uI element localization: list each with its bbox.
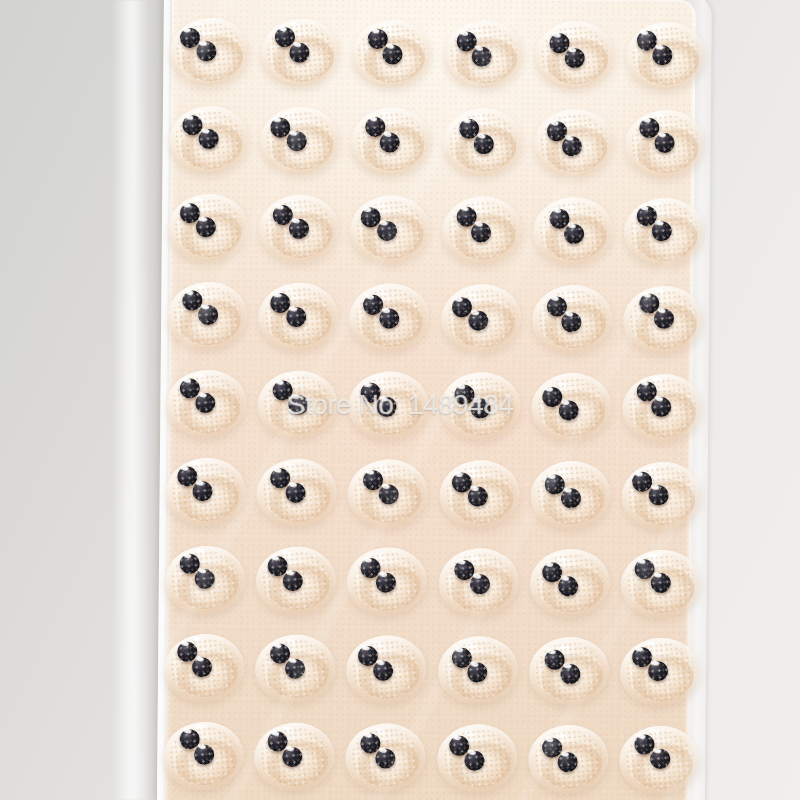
bead-pair <box>434 457 522 535</box>
bead <box>469 573 491 595</box>
blister-dome <box>438 281 524 356</box>
blister-dome <box>531 18 617 93</box>
bead <box>463 750 485 772</box>
blister-dome <box>257 15 343 90</box>
specular-glint <box>290 21 301 29</box>
blister-dome <box>257 103 343 178</box>
blister-cell <box>254 8 346 97</box>
blister-cell <box>617 276 709 365</box>
specular-glint <box>564 203 575 211</box>
specular-glint <box>466 641 477 649</box>
specular-glint <box>375 727 386 735</box>
bead <box>650 572 673 595</box>
bead <box>637 205 658 226</box>
blister-cell <box>437 10 529 99</box>
blister-cell <box>435 274 527 363</box>
bead-pair <box>164 719 246 789</box>
bead <box>456 31 477 52</box>
bead-pair <box>528 635 615 712</box>
bead <box>549 33 571 55</box>
bead <box>549 208 570 229</box>
bead-pair <box>533 20 618 94</box>
bead <box>647 484 670 507</box>
bead <box>368 29 389 50</box>
bead-pair <box>259 17 341 87</box>
blister-dome <box>617 634 703 709</box>
blister-cell <box>159 448 251 537</box>
bead <box>639 293 660 314</box>
bead-pair <box>344 544 430 619</box>
specular-glint <box>558 468 569 475</box>
bead <box>373 660 395 682</box>
blister-dome <box>435 545 521 620</box>
specular-glint <box>284 286 295 294</box>
bead <box>179 729 200 750</box>
blister-dome <box>530 194 616 269</box>
bead <box>639 117 661 139</box>
product-photo: Store No: 1489484 <box>0 0 800 800</box>
bead <box>376 219 399 242</box>
specular-glint <box>652 200 663 208</box>
blister-dome <box>435 633 521 708</box>
bead <box>649 748 671 770</box>
blister-dome <box>252 631 338 706</box>
bead <box>288 217 311 240</box>
specular-glint <box>285 637 296 645</box>
bead <box>453 559 475 581</box>
bead <box>378 483 400 505</box>
bead-pair <box>525 546 613 624</box>
bead <box>458 118 479 139</box>
bead <box>362 469 384 491</box>
bead-pair <box>162 187 250 265</box>
bead <box>269 116 292 139</box>
bead <box>451 647 473 669</box>
specular-glint <box>562 115 573 123</box>
blister-cell <box>162 184 254 273</box>
bead <box>275 27 296 48</box>
blister-cell <box>341 537 433 626</box>
bead <box>456 207 477 228</box>
bead <box>473 134 494 155</box>
bead-pair <box>443 107 526 178</box>
bead-pair <box>165 276 252 353</box>
blister-dome <box>617 722 703 797</box>
blister-cell <box>343 273 435 362</box>
blister-dome <box>161 630 247 705</box>
specular-glint <box>284 462 295 470</box>
bead <box>557 751 579 773</box>
bead <box>382 44 403 65</box>
bead <box>557 575 579 597</box>
specular-glint <box>556 731 567 739</box>
bead-pair <box>342 633 427 707</box>
bead <box>450 471 472 493</box>
specular-glint <box>192 636 203 644</box>
blister-cell <box>340 625 432 714</box>
blister-dome <box>525 721 611 796</box>
bead-pair <box>433 723 518 797</box>
blister-cell <box>431 714 523 800</box>
specular-glint <box>383 23 394 31</box>
bead <box>181 114 204 137</box>
bead <box>360 733 381 754</box>
bead <box>282 570 304 592</box>
blister-dome <box>255 279 341 354</box>
blister-cell <box>345 97 437 186</box>
bead <box>359 206 382 229</box>
bead-pair <box>254 631 338 704</box>
specular-glint <box>471 201 482 209</box>
bead-pair <box>255 188 344 267</box>
specular-glint <box>556 380 567 387</box>
blister-cell <box>616 452 708 541</box>
bead <box>194 745 215 766</box>
bead <box>267 731 288 752</box>
bead <box>197 304 219 326</box>
blister-cell <box>158 536 250 625</box>
bead-pair <box>253 277 341 355</box>
blister-cell <box>251 448 343 537</box>
bead <box>178 202 200 224</box>
bead <box>191 481 213 503</box>
blister-cell <box>523 627 615 716</box>
blister-cell <box>615 540 707 629</box>
bead-pair <box>435 634 521 709</box>
bead-pair <box>346 278 435 357</box>
specular-glint <box>282 725 293 733</box>
blister-dome <box>162 454 248 529</box>
bead <box>285 130 308 153</box>
bead <box>561 136 582 157</box>
bead <box>634 558 657 581</box>
bead <box>195 40 218 63</box>
bead-pair <box>437 545 524 622</box>
blister-cell <box>344 185 436 274</box>
specular-glint <box>646 465 657 472</box>
bead <box>470 222 491 243</box>
specular-glint <box>471 25 482 33</box>
blister-dome <box>166 14 252 89</box>
blister-cell <box>528 11 620 100</box>
bead-pair <box>615 454 705 534</box>
bead <box>358 645 380 667</box>
blister-cell <box>253 184 345 273</box>
specular-glint <box>194 548 205 556</box>
bead-pair <box>621 194 705 267</box>
specular-glint <box>564 27 575 35</box>
bead-pair <box>346 455 433 532</box>
specular-glint <box>646 641 657 649</box>
bead <box>362 294 385 317</box>
blister-dome <box>254 455 340 530</box>
bead <box>559 663 581 685</box>
bead-pair <box>251 543 336 617</box>
blister-dome <box>253 543 339 618</box>
blister-dome <box>439 105 525 180</box>
blister-cell <box>250 536 342 625</box>
bead-pair <box>350 107 432 177</box>
bead-pair <box>163 542 247 615</box>
blister-cell <box>162 96 254 185</box>
specular-glint <box>655 287 666 295</box>
bead <box>466 485 488 507</box>
bead <box>269 292 291 314</box>
blister-cell <box>526 275 618 364</box>
bead <box>652 221 673 242</box>
bead <box>380 132 401 153</box>
bead <box>631 470 654 493</box>
bead-pair <box>531 109 615 182</box>
bead-pair <box>525 723 611 798</box>
bead-pair <box>624 282 707 353</box>
blister-cell <box>527 187 619 276</box>
bead <box>181 290 203 312</box>
blister-cell <box>619 100 711 189</box>
bead <box>631 646 653 668</box>
bead <box>560 487 583 510</box>
bead-pair <box>434 279 524 359</box>
blister-dome <box>256 191 342 266</box>
blister-cell <box>432 538 524 627</box>
specular-glint <box>193 21 204 28</box>
bead-pair <box>441 196 523 266</box>
bead <box>194 568 215 589</box>
bead <box>289 43 310 64</box>
specular-glint <box>377 464 388 472</box>
bead <box>282 746 303 767</box>
bead-pair <box>161 630 244 701</box>
specular-glint <box>284 111 295 118</box>
blister-cell <box>163 8 255 97</box>
blister-dome <box>531 106 617 181</box>
blister-cell <box>436 98 528 187</box>
blister-dome <box>343 720 429 795</box>
blister-cell <box>432 626 524 715</box>
specular-glint <box>377 288 388 295</box>
blister-cell <box>528 99 620 188</box>
bead <box>547 296 568 317</box>
blister-dome <box>345 456 431 531</box>
blister-cell <box>614 716 706 800</box>
bead-pair <box>621 17 707 92</box>
blister-dome <box>618 546 704 621</box>
specular-glint <box>649 728 660 736</box>
bead <box>541 737 563 759</box>
bead-pair <box>440 19 524 92</box>
specular-glint <box>652 24 663 32</box>
specular-glint <box>375 376 386 384</box>
specular-glint <box>465 466 476 474</box>
bead-pair <box>618 719 705 796</box>
blister-dome <box>436 457 522 532</box>
bead <box>466 662 488 684</box>
bead <box>378 307 401 330</box>
blister-cell <box>158 624 250 713</box>
specular-glint <box>373 640 384 648</box>
blister-dome <box>619 458 705 533</box>
blister-dome <box>160 718 246 793</box>
bead <box>467 309 490 332</box>
bead <box>375 572 397 594</box>
blister-cell <box>525 451 617 540</box>
blister-dome <box>164 278 250 353</box>
bead <box>652 44 674 66</box>
blister-cell <box>252 272 344 361</box>
bead <box>654 308 675 329</box>
bead-pair <box>343 190 433 270</box>
bead-pair <box>531 286 613 356</box>
bead <box>179 553 200 574</box>
bead-pair <box>623 105 708 179</box>
bead-pair <box>352 18 435 89</box>
bead <box>450 296 473 319</box>
bead-pair <box>165 98 254 177</box>
bead-pair <box>161 453 246 527</box>
blister-cell <box>436 186 528 275</box>
bead <box>448 735 470 757</box>
blister-dome <box>622 106 708 181</box>
bead <box>541 561 563 583</box>
blister-dome <box>439 193 525 268</box>
blister-dome <box>348 104 434 179</box>
bead <box>197 128 220 151</box>
specular-glint <box>191 460 202 468</box>
bead <box>375 748 396 769</box>
bead <box>561 312 582 333</box>
bead <box>178 26 201 49</box>
bead-pair <box>162 10 252 90</box>
blister-dome <box>440 17 526 92</box>
blister-cell <box>620 12 712 101</box>
blister-dome <box>526 633 612 708</box>
specular-glint <box>468 378 479 385</box>
bead <box>284 658 305 679</box>
blister-cell <box>524 539 616 628</box>
blister-dome <box>251 719 337 794</box>
specular-glint <box>468 553 479 561</box>
bead <box>654 132 676 154</box>
bead <box>269 467 291 489</box>
blister-dome <box>623 18 709 93</box>
blister-cell <box>249 624 341 713</box>
specular-glint <box>282 550 293 558</box>
blister-dome <box>528 457 614 532</box>
bead <box>269 643 290 664</box>
blister-dome <box>620 282 706 357</box>
specular-glint <box>654 112 665 120</box>
specular-glint <box>649 553 660 560</box>
bead-pair <box>252 720 335 791</box>
specular-glint <box>463 729 474 737</box>
blister-dome <box>165 102 251 177</box>
specular-glint <box>381 111 392 119</box>
bead <box>634 734 656 756</box>
bead-pair <box>527 458 616 537</box>
blister-dome <box>161 542 247 617</box>
blister-cell <box>522 715 614 800</box>
specular-glint <box>287 374 298 382</box>
bead <box>176 641 197 662</box>
bead-pair <box>253 100 343 180</box>
bead <box>176 466 198 488</box>
blister-dome <box>434 721 520 796</box>
blister-cell <box>161 272 253 361</box>
blister-cell <box>618 188 710 277</box>
blister-dome <box>529 282 615 357</box>
specular-glint <box>194 372 205 380</box>
specular-glint <box>474 113 485 121</box>
bead <box>285 482 307 504</box>
blister-cell <box>248 712 340 800</box>
blister-dome <box>621 194 707 269</box>
store-watermark: Store No: 1489484 <box>0 389 800 421</box>
blister-cell <box>433 450 525 539</box>
specular-glint <box>196 109 207 116</box>
bead <box>365 117 386 138</box>
bead <box>194 216 216 238</box>
bead <box>544 649 566 671</box>
bead-pair <box>615 631 703 709</box>
bead <box>564 224 585 245</box>
blister-dome <box>347 192 433 267</box>
bead-pair <box>534 197 617 268</box>
blister-cell <box>340 713 432 800</box>
bead <box>546 121 567 142</box>
blister-cell <box>614 628 706 717</box>
blister-cell <box>342 449 434 538</box>
blister-dome <box>343 632 429 707</box>
blister-cell <box>346 9 438 98</box>
bead-pair <box>617 542 706 621</box>
blister-dome <box>165 190 251 265</box>
blister-dome <box>344 544 430 619</box>
specular-glint <box>465 290 476 297</box>
blister-cell <box>254 96 346 185</box>
blister-dome <box>346 280 432 355</box>
bead <box>647 660 669 682</box>
specular-glint <box>652 375 663 383</box>
bead <box>285 306 307 328</box>
specular-glint <box>196 284 207 292</box>
specular-glint <box>195 723 206 731</box>
bead-pair <box>253 454 339 529</box>
blister-dome <box>527 545 613 620</box>
bead <box>636 30 658 52</box>
specular-glint <box>562 291 573 299</box>
specular-glint <box>559 643 570 651</box>
bead <box>543 473 566 496</box>
specular-glint <box>556 556 567 564</box>
specular-glint <box>374 201 385 208</box>
specular-glint <box>286 198 297 205</box>
specular-glint <box>193 197 204 205</box>
bead <box>271 204 294 227</box>
bead <box>564 47 586 69</box>
specular-glint <box>375 552 386 560</box>
blister-dome <box>349 16 435 91</box>
bead-pair <box>345 721 429 794</box>
bead <box>267 555 289 577</box>
bead <box>360 557 382 579</box>
blister-cell <box>157 712 249 800</box>
bead <box>471 46 492 67</box>
bead <box>191 657 212 678</box>
